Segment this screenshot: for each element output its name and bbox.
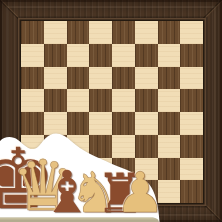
chessboard-product-photo: ♚♛♝♞♜♟ [0,0,222,222]
display-piece-pawn-light[interactable]: ♟ [115,165,165,221]
sample-pieces-row: ♚♛♝♞♜♟ [0,0,222,222]
